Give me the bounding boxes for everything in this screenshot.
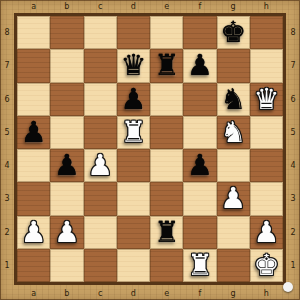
- square-b5[interactable]: [50, 116, 83, 149]
- square-g8[interactable]: ♚: [217, 16, 250, 49]
- black-pawn[interactable]: ♟: [187, 151, 213, 180]
- square-e1[interactable]: [150, 249, 183, 282]
- square-d6[interactable]: ♟: [117, 83, 150, 116]
- rank-label-2-right: 2: [286, 216, 300, 249]
- square-g7[interactable]: [217, 49, 250, 82]
- rank-label-6-left: 6: [0, 83, 14, 116]
- white-to-move-indicator: [283, 282, 293, 292]
- file-label-f-bottom: f: [183, 287, 216, 300]
- file-label-b-top: b: [50, 0, 83, 13]
- square-a3[interactable]: [17, 182, 50, 215]
- black-pawn[interactable]: ♟: [120, 85, 146, 114]
- white-pawn[interactable]: ♟: [220, 184, 246, 213]
- square-c5[interactable]: [84, 116, 117, 149]
- black-king[interactable]: ♚: [220, 18, 246, 47]
- square-b6[interactable]: [50, 83, 83, 116]
- rank-label-1-right: 1: [286, 249, 300, 282]
- square-a2[interactable]: ♟: [17, 216, 50, 249]
- white-knight[interactable]: ♞: [220, 118, 246, 147]
- square-b8[interactable]: [50, 16, 83, 49]
- file-label-c-bottom: c: [84, 287, 117, 300]
- rank-label-5-right: 5: [286, 116, 300, 149]
- file-label-h-bottom: h: [250, 287, 283, 300]
- square-c4[interactable]: ♟: [84, 149, 117, 182]
- square-h8[interactable]: [250, 16, 283, 49]
- square-c8[interactable]: [84, 16, 117, 49]
- rank-label-4-right: 4: [286, 149, 300, 182]
- file-labels-bottom: abcdefgh: [17, 287, 283, 300]
- square-f7[interactable]: ♟: [183, 49, 216, 82]
- rank-labels-left: 87654321: [0, 16, 14, 282]
- white-pawn[interactable]: ♟: [54, 218, 80, 247]
- black-pawn[interactable]: ♟: [21, 118, 47, 147]
- chess-board-frame: abcdefgh abcdefgh 87654321 87654321 ♚♛♜♟…: [0, 0, 300, 300]
- square-g4[interactable]: [217, 149, 250, 182]
- square-f3[interactable]: [183, 182, 216, 215]
- file-label-d-bottom: d: [117, 287, 150, 300]
- square-f5[interactable]: [183, 116, 216, 149]
- square-d7[interactable]: ♛: [117, 49, 150, 82]
- white-pawn[interactable]: ♟: [21, 218, 47, 247]
- file-label-g-bottom: g: [217, 287, 250, 300]
- file-label-a-bottom: a: [17, 287, 50, 300]
- black-rook[interactable]: ♜: [154, 51, 180, 80]
- square-e5[interactable]: [150, 116, 183, 149]
- square-a7[interactable]: [17, 49, 50, 82]
- square-f6[interactable]: [183, 83, 216, 116]
- square-a4[interactable]: [17, 149, 50, 182]
- square-h5[interactable]: [250, 116, 283, 149]
- rank-label-7-right: 7: [286, 49, 300, 82]
- square-f1[interactable]: ♜: [183, 249, 216, 282]
- file-label-g-top: g: [217, 0, 250, 13]
- square-h3[interactable]: [250, 182, 283, 215]
- square-b4[interactable]: ♟: [50, 149, 83, 182]
- square-h6[interactable]: ♛: [250, 83, 283, 116]
- square-c6[interactable]: [84, 83, 117, 116]
- square-c7[interactable]: [84, 49, 117, 82]
- square-b1[interactable]: [50, 249, 83, 282]
- square-e8[interactable]: [150, 16, 183, 49]
- file-label-e-top: e: [150, 0, 183, 13]
- square-g1[interactable]: [217, 249, 250, 282]
- white-rook[interactable]: ♜: [120, 118, 146, 147]
- black-rook[interactable]: ♜: [154, 218, 180, 247]
- square-h4[interactable]: [250, 149, 283, 182]
- square-b3[interactable]: [50, 182, 83, 215]
- square-d3[interactable]: [117, 182, 150, 215]
- rank-label-4-left: 4: [0, 149, 14, 182]
- square-b2[interactable]: ♟: [50, 216, 83, 249]
- square-h2[interactable]: ♟: [250, 216, 283, 249]
- square-a6[interactable]: [17, 83, 50, 116]
- square-a5[interactable]: ♟: [17, 116, 50, 149]
- white-pawn[interactable]: ♟: [87, 151, 113, 180]
- square-d1[interactable]: [117, 249, 150, 282]
- square-g2[interactable]: [217, 216, 250, 249]
- square-d5[interactable]: ♜: [117, 116, 150, 149]
- white-queen[interactable]: ♛: [253, 85, 279, 114]
- square-e4[interactable]: [150, 149, 183, 182]
- square-e7[interactable]: ♜: [150, 49, 183, 82]
- white-king[interactable]: ♚: [253, 251, 279, 280]
- square-e2[interactable]: ♜: [150, 216, 183, 249]
- file-label-h-top: h: [250, 0, 283, 13]
- black-pawn[interactable]: ♟: [54, 151, 80, 180]
- file-label-b-bottom: b: [50, 287, 83, 300]
- rank-label-6-right: 6: [286, 83, 300, 116]
- rank-label-3-left: 3: [0, 182, 14, 215]
- square-e3[interactable]: [150, 182, 183, 215]
- rank-label-5-left: 5: [0, 116, 14, 149]
- file-label-f-top: f: [183, 0, 216, 13]
- rank-label-8-left: 8: [0, 16, 14, 49]
- square-c2[interactable]: [84, 216, 117, 249]
- file-label-a-top: a: [17, 0, 50, 13]
- file-label-e-bottom: e: [150, 287, 183, 300]
- file-labels-top: abcdefgh: [17, 0, 283, 13]
- black-pawn[interactable]: ♟: [187, 51, 213, 80]
- rank-label-2-left: 2: [0, 216, 14, 249]
- square-f8[interactable]: [183, 16, 216, 49]
- square-c3[interactable]: [84, 182, 117, 215]
- square-h7[interactable]: [250, 49, 283, 82]
- rank-labels-right: 87654321: [286, 16, 300, 282]
- square-c1[interactable]: [84, 249, 117, 282]
- black-queen[interactable]: ♛: [120, 51, 146, 80]
- square-d8[interactable]: [117, 16, 150, 49]
- square-f2[interactable]: [183, 216, 216, 249]
- board: ♚♛♜♟♟♞♛♟♜♞♟♟♟♟♟♟♜♟♜♚: [14, 13, 286, 285]
- white-rook[interactable]: ♜: [187, 251, 213, 280]
- square-h1[interactable]: ♚: [250, 249, 283, 282]
- square-e6[interactable]: [150, 83, 183, 116]
- square-a8[interactable]: [17, 16, 50, 49]
- square-d4[interactable]: [117, 149, 150, 182]
- square-f4[interactable]: ♟: [183, 149, 216, 182]
- rank-label-8-right: 8: [286, 16, 300, 49]
- rank-label-7-left: 7: [0, 49, 14, 82]
- black-knight[interactable]: ♞: [220, 85, 246, 114]
- rank-label-1-left: 1: [0, 249, 14, 282]
- file-label-c-top: c: [84, 0, 117, 13]
- square-b7[interactable]: [50, 49, 83, 82]
- rank-label-3-right: 3: [286, 182, 300, 215]
- white-pawn[interactable]: ♟: [253, 218, 279, 247]
- square-g5[interactable]: ♞: [217, 116, 250, 149]
- file-label-d-top: d: [117, 0, 150, 13]
- square-g3[interactable]: ♟: [217, 182, 250, 215]
- square-g6[interactable]: ♞: [217, 83, 250, 116]
- square-a1[interactable]: [17, 249, 50, 282]
- square-d2[interactable]: [117, 216, 150, 249]
